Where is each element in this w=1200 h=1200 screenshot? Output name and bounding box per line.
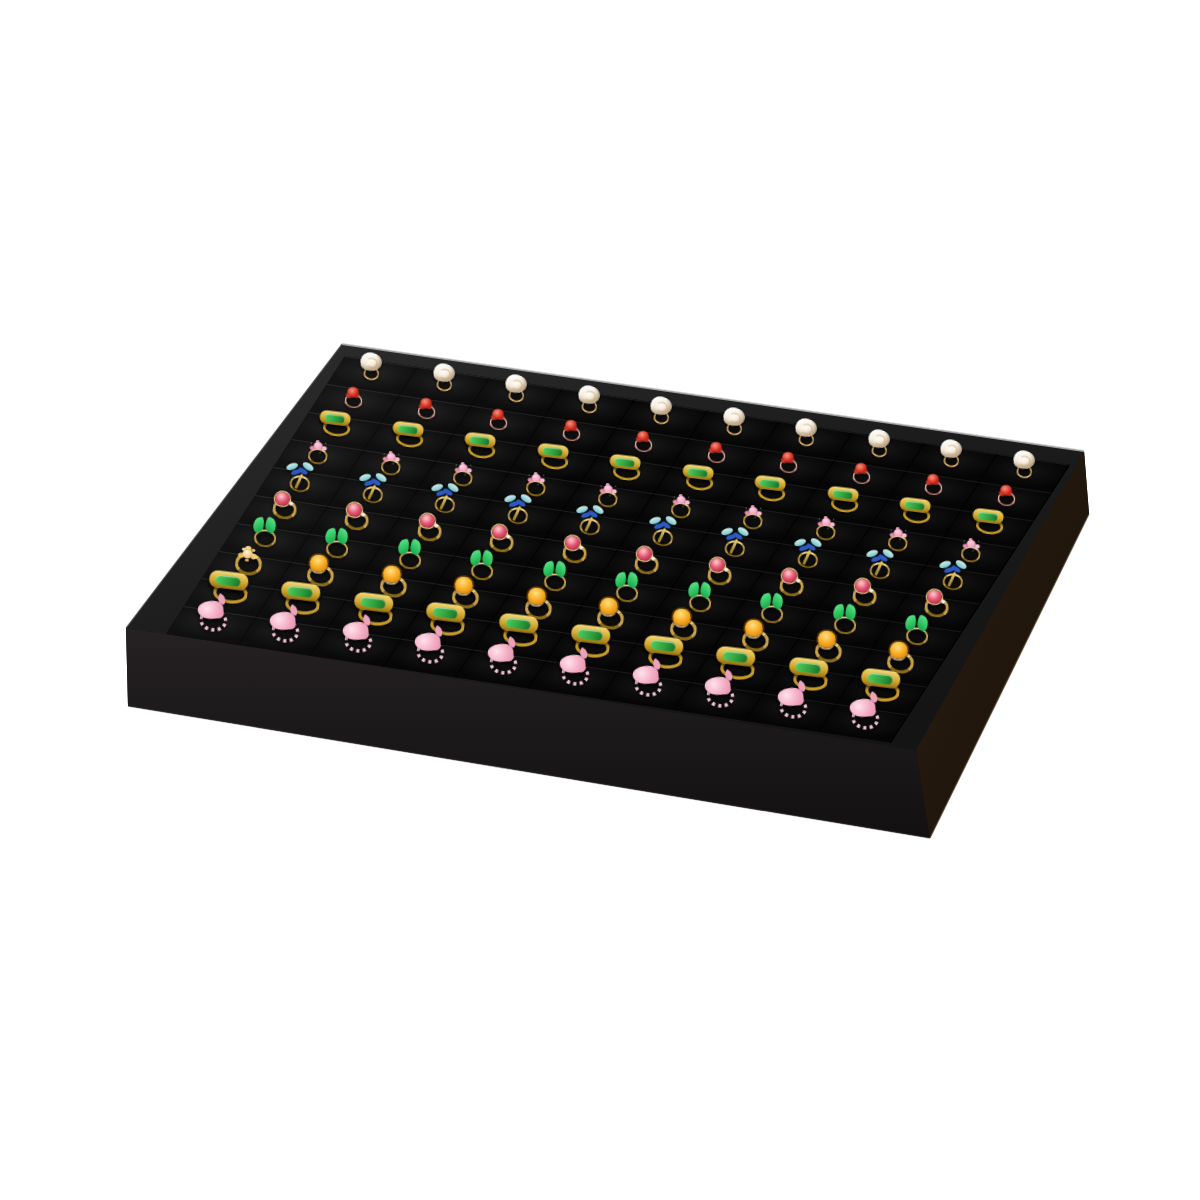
scene: [0, 0, 1200, 1200]
